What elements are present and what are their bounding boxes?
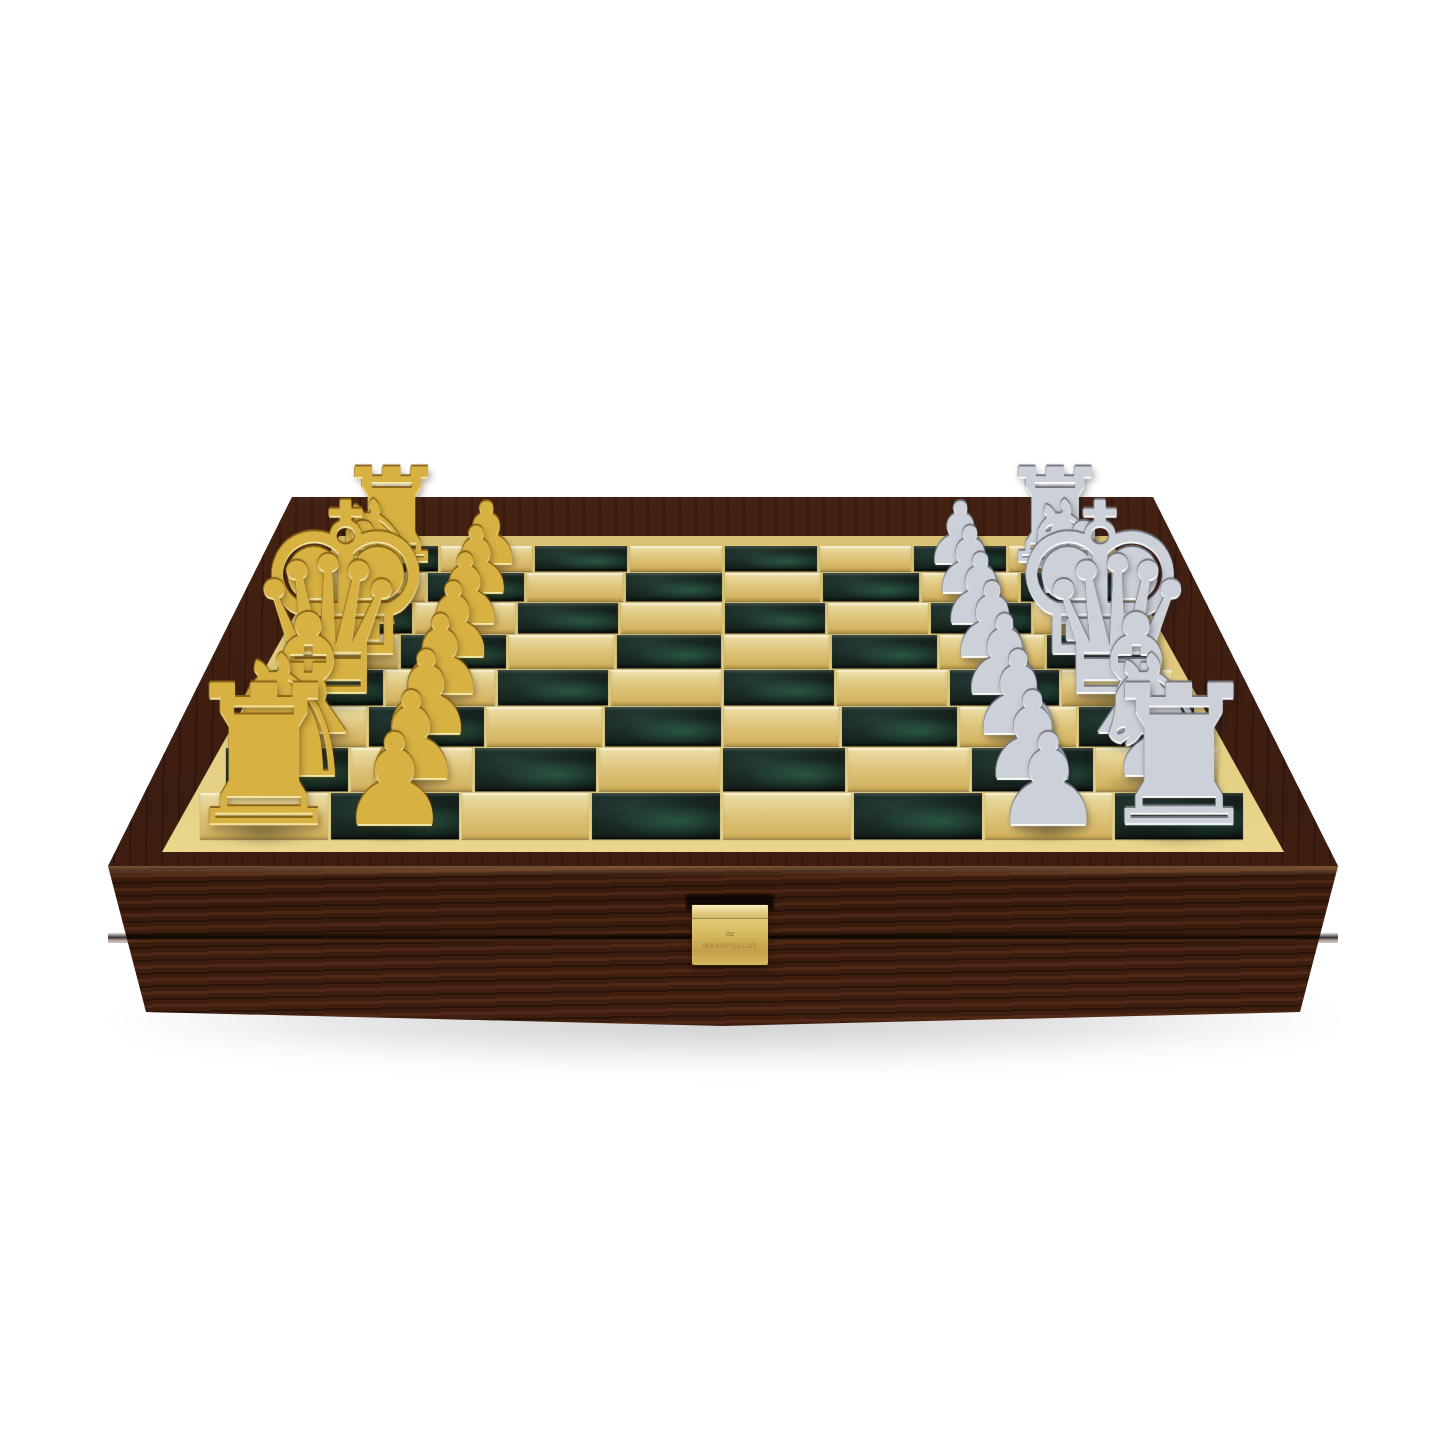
- board-row: [271, 669, 1173, 707]
- chessboard: [0, 0, 1445, 1445]
- board-square[interactable]: [725, 573, 821, 601]
- board-square[interactable]: [226, 748, 347, 790]
- clasp-tab: [692, 905, 768, 919]
- board-square[interactable]: [922, 573, 1018, 601]
- board-square[interactable]: [369, 707, 484, 746]
- board-square[interactable]: [605, 707, 720, 746]
- board-square[interactable]: [854, 793, 982, 839]
- board-row: [328, 572, 1118, 602]
- chess-set-product-photo: ≈ MANOPOULOS ♜♟♟♜♞♟♟♞♝♟♟♝♚♟♟♚♛♟♟♛♝♟♟♝♞♟♟…: [0, 0, 1445, 1445]
- board-square[interactable]: [611, 670, 721, 706]
- board-square[interactable]: [1021, 573, 1117, 601]
- board-square[interactable]: [842, 707, 957, 746]
- board-square[interactable]: [331, 793, 459, 839]
- board-square[interactable]: [1009, 546, 1101, 571]
- board-square[interactable]: [599, 748, 720, 790]
- board-square[interactable]: [832, 635, 937, 668]
- board-square[interactable]: [428, 573, 524, 601]
- board-square[interactable]: [509, 635, 614, 668]
- board-square[interactable]: [351, 748, 472, 790]
- board-square[interactable]: [251, 707, 366, 746]
- board-square[interactable]: [725, 603, 825, 633]
- board-square[interactable]: [724, 670, 834, 706]
- board-square[interactable]: [960, 707, 1075, 746]
- board-square[interactable]: [386, 670, 496, 706]
- board-square[interactable]: [837, 670, 947, 706]
- board-square[interactable]: [1062, 670, 1172, 706]
- board-square[interactable]: [415, 603, 515, 633]
- board-square[interactable]: [200, 793, 328, 839]
- board-square[interactable]: [985, 793, 1113, 839]
- board-square[interactable]: [1096, 748, 1217, 790]
- board-square[interactable]: [820, 546, 912, 571]
- board-square[interactable]: [950, 670, 1060, 706]
- brand-name: MANOPOULOS: [703, 942, 757, 950]
- board-square[interactable]: [293, 635, 398, 668]
- board-square[interactable]: [273, 670, 383, 706]
- board-row: [344, 545, 1102, 572]
- board-square[interactable]: [1079, 707, 1194, 746]
- board-square[interactable]: [330, 573, 426, 601]
- board-square[interactable]: [848, 748, 969, 790]
- board-square[interactable]: [828, 603, 928, 633]
- board-row: [225, 747, 1219, 791]
- board-square[interactable]: [462, 793, 590, 839]
- board-square[interactable]: [498, 670, 608, 706]
- board-square[interactable]: [1047, 635, 1152, 668]
- board-square[interactable]: [725, 546, 817, 571]
- board-square[interactable]: [617, 635, 722, 668]
- board-square[interactable]: [940, 635, 1045, 668]
- board-square[interactable]: [621, 603, 721, 633]
- board-square[interactable]: [346, 546, 438, 571]
- board-square[interactable]: [487, 707, 602, 746]
- board-row: [199, 792, 1245, 840]
- board-square[interactable]: [1115, 793, 1243, 839]
- board-square[interactable]: [630, 546, 722, 571]
- clasp-latch[interactable]: ≈ MANOPOULOS: [692, 905, 768, 965]
- board-row: [292, 634, 1154, 669]
- board-square[interactable]: [724, 707, 839, 746]
- board-row: [311, 602, 1135, 634]
- brand-logo: ≈: [725, 929, 736, 939]
- board-square[interactable]: [592, 793, 720, 839]
- board-square[interactable]: [312, 603, 412, 633]
- board-square[interactable]: [914, 546, 1006, 571]
- board-square[interactable]: [972, 748, 1093, 790]
- board-square[interactable]: [626, 573, 722, 601]
- board-square[interactable]: [1034, 603, 1134, 633]
- board-square[interactable]: [723, 793, 851, 839]
- board-row: [249, 706, 1195, 747]
- board-square[interactable]: [724, 635, 829, 668]
- board-square[interactable]: [723, 748, 844, 790]
- board-square[interactable]: [527, 573, 623, 601]
- board-square[interactable]: [518, 603, 618, 633]
- case-front-bevel-highlight: [108, 866, 1338, 877]
- board-square[interactable]: [441, 546, 533, 571]
- board-square[interactable]: [535, 546, 627, 571]
- board-square[interactable]: [401, 635, 506, 668]
- board-square[interactable]: [823, 573, 919, 601]
- board-square[interactable]: [931, 603, 1031, 633]
- board-square[interactable]: [475, 748, 596, 790]
